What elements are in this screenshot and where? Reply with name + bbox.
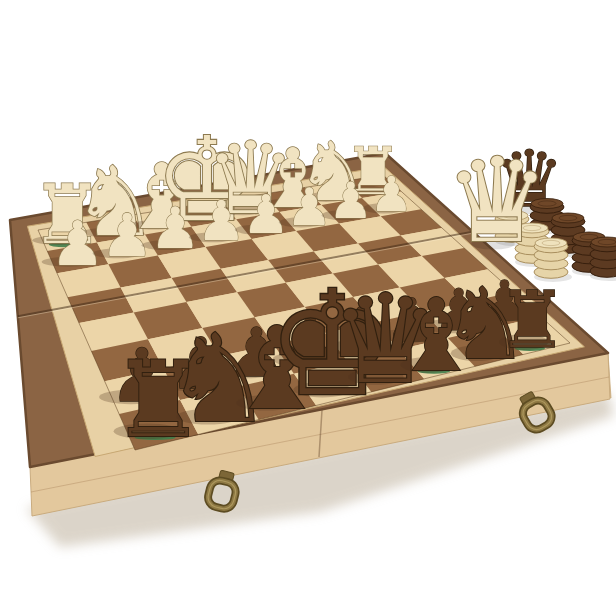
chess-board: ♜♞♝♚♛♝♞♜♟♟♟♟♟♟♟♟♟♟♟♟♟♟♟♟♜♞♝♚♛♝♞♜♛♛ [0,0,616,600]
chess-set-product-photo: ♜♞♝♚♛♝♞♜♟♟♟♟♟♟♟♟♟♟♟♟♟♟♟♟♜♞♝♚♛♝♞♜♛♛ [0,0,616,600]
piece-white-pawn-a2[interactable]: ♟ [370,166,413,222]
piece-white-pawn-e2[interactable]: ♟ [197,189,247,253]
piece-dark-rook-a8[interactable]: ♜ [497,275,567,365]
extra-white-queen: ♛ [445,133,550,269]
piece-white-pawn-h2[interactable]: ♟ [50,208,105,280]
piece-white-pawn-c2[interactable]: ♟ [286,177,332,237]
piece-white-pawn-f2[interactable]: ♟ [149,195,200,262]
piece-white-pawn-b2[interactable]: ♟ [329,172,374,230]
piece-white-pawn-g2[interactable]: ♟ [101,201,154,270]
checker-stack-dark-3 [590,237,616,281]
piece-white-pawn-d2[interactable]: ♟ [242,183,290,246]
